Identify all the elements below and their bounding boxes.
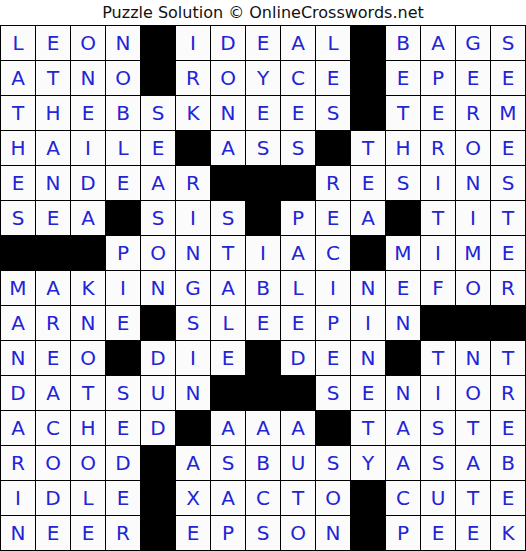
letter-cell: P [386, 516, 420, 550]
crossword-grid: LEONIDEALBAGSATNOROYCEEPEETHEBSKNEESTERM… [0, 25, 526, 551]
letter-cell: I [316, 271, 350, 305]
letter-cell: L [1, 26, 35, 60]
letter-cell: X [176, 481, 210, 515]
letter-cell: N [456, 166, 490, 200]
letter-cell: A [176, 446, 210, 480]
letter-cell: F [421, 271, 455, 305]
black-cell [351, 61, 385, 95]
black-cell [316, 411, 350, 445]
letter-cell: A [246, 411, 280, 445]
letter-cell: A [71, 201, 105, 235]
letter-cell: E [421, 96, 455, 130]
letter-cell: B [246, 271, 280, 305]
letter-cell: T [351, 411, 385, 445]
letter-cell: D [211, 26, 245, 60]
letter-cell: L [281, 271, 315, 305]
letter-cell: E [491, 131, 525, 165]
letter-cell: E [316, 61, 350, 95]
letter-cell: C [36, 411, 70, 445]
letter-cell: E [106, 481, 140, 515]
letter-cell: A [36, 271, 70, 305]
letter-cell: I [351, 306, 385, 340]
letter-cell: K [71, 271, 105, 305]
letter-cell: I [421, 236, 455, 270]
black-cell [491, 306, 525, 340]
letter-cell: N [1, 516, 35, 550]
letter-cell: D [71, 166, 105, 200]
letter-cell: N [36, 166, 70, 200]
letter-cell: S [421, 446, 455, 480]
letter-cell: P [211, 516, 245, 550]
letter-cell: S [316, 96, 350, 130]
letter-cell: H [71, 411, 105, 445]
letter-cell: R [316, 166, 350, 200]
letter-cell: P [421, 61, 455, 95]
letter-cell: E [246, 26, 280, 60]
letter-cell: E [36, 341, 70, 375]
letter-cell: N [316, 516, 350, 550]
letter-cell: M [1, 271, 35, 305]
page-title: Puzzle Solution © OnlineCrosswords.net [0, 0, 526, 25]
letter-cell: O [141, 236, 175, 270]
letter-cell: A [456, 446, 490, 480]
letter-cell: S [211, 201, 245, 235]
letter-cell: B [106, 96, 140, 130]
letter-cell: L [211, 306, 245, 340]
letter-cell: B [386, 26, 420, 60]
letter-cell: Y [351, 446, 385, 480]
letter-cell: E [456, 516, 490, 550]
letter-cell: S [316, 446, 350, 480]
letter-cell: M [386, 236, 420, 270]
letter-cell: N [211, 96, 245, 130]
letter-cell: E [491, 61, 525, 95]
black-cell [246, 201, 280, 235]
letter-cell: A [36, 131, 70, 165]
letter-cell: E [491, 481, 525, 515]
letter-cell: E [491, 411, 525, 445]
letter-cell: G [456, 26, 490, 60]
black-cell [351, 96, 385, 130]
letter-cell: N [141, 271, 175, 305]
letter-cell: T [491, 341, 525, 375]
letter-cell: D [141, 411, 175, 445]
letter-cell: R [1, 446, 35, 480]
black-cell [36, 236, 70, 270]
black-cell [176, 411, 210, 445]
black-cell [316, 131, 350, 165]
letter-cell: E [351, 376, 385, 410]
letter-cell: H [36, 96, 70, 130]
letter-cell: T [211, 236, 245, 270]
letter-cell: A [141, 166, 175, 200]
letter-cell: I [456, 201, 490, 235]
letter-cell: N [106, 26, 140, 60]
letter-cell: T [71, 376, 105, 410]
letter-cell: Y [246, 61, 280, 95]
black-cell [351, 26, 385, 60]
letter-cell: U [281, 446, 315, 480]
letter-cell: A [421, 26, 455, 60]
letter-cell: N [351, 341, 385, 375]
black-cell [141, 516, 175, 550]
black-cell [246, 376, 280, 410]
letter-cell: E [141, 131, 175, 165]
letter-cell: D [1, 376, 35, 410]
black-cell [456, 306, 490, 340]
black-cell [281, 166, 315, 200]
letter-cell: A [1, 306, 35, 340]
black-cell [386, 201, 420, 235]
black-cell [106, 341, 140, 375]
letter-cell: S [491, 166, 525, 200]
letter-cell: E [491, 236, 525, 270]
letter-cell: N [176, 236, 210, 270]
black-cell [141, 26, 175, 60]
letter-cell: A [281, 26, 315, 60]
letter-cell: E [246, 96, 280, 130]
letter-cell: I [421, 166, 455, 200]
letter-cell: S [1, 201, 35, 235]
letter-cell: C [246, 481, 280, 515]
letter-cell: N [456, 341, 490, 375]
letter-cell: E [211, 341, 245, 375]
letter-cell: A [281, 236, 315, 270]
letter-cell: E [36, 516, 70, 550]
letter-cell: E [281, 306, 315, 340]
letter-cell: I [176, 201, 210, 235]
letter-cell: O [71, 26, 105, 60]
letter-cell: N [386, 376, 420, 410]
letter-cell: E [106, 411, 140, 445]
letter-cell: L [106, 131, 140, 165]
letter-cell: E [36, 201, 70, 235]
letter-cell: T [456, 411, 490, 445]
letter-cell: E [316, 341, 350, 375]
letter-cell: T [351, 131, 385, 165]
letter-cell: T [421, 201, 455, 235]
letter-cell: O [106, 61, 140, 95]
letter-cell: R [491, 376, 525, 410]
black-cell [351, 236, 385, 270]
letter-cell: O [456, 131, 490, 165]
letter-cell: H [1, 131, 35, 165]
black-cell [106, 201, 140, 235]
letter-cell: M [456, 236, 490, 270]
letter-cell: R [421, 131, 455, 165]
letter-cell: E [71, 516, 105, 550]
letter-cell: I [421, 376, 455, 410]
letter-cell: A [36, 376, 70, 410]
letter-cell: E [386, 61, 420, 95]
black-cell [176, 131, 210, 165]
letter-cell: E [281, 96, 315, 130]
letter-cell: H [386, 131, 420, 165]
letter-cell: E [421, 516, 455, 550]
letter-cell: S [141, 201, 175, 235]
letter-cell: U [421, 481, 455, 515]
letter-cell: N [386, 306, 420, 340]
letter-cell: S [211, 446, 245, 480]
black-cell [351, 516, 385, 550]
letter-cell: R [106, 516, 140, 550]
letter-cell: N [71, 306, 105, 340]
letter-cell: A [281, 411, 315, 445]
letter-cell: T [421, 341, 455, 375]
letter-cell: D [281, 341, 315, 375]
letter-cell: N [176, 376, 210, 410]
letter-cell: N [71, 61, 105, 95]
letter-cell: I [176, 26, 210, 60]
black-cell [386, 341, 420, 375]
letter-cell: E [106, 166, 140, 200]
letter-cell: T [386, 96, 420, 130]
letter-cell: G [176, 271, 210, 305]
letter-cell: D [106, 446, 140, 480]
letter-cell: S [141, 96, 175, 130]
letter-cell: B [491, 446, 525, 480]
letter-cell: T [491, 201, 525, 235]
letter-cell: E [71, 96, 105, 130]
letter-cell: I [176, 341, 210, 375]
letter-cell: O [211, 61, 245, 95]
letter-cell: I [106, 271, 140, 305]
black-cell [351, 481, 385, 515]
black-cell [141, 306, 175, 340]
letter-cell: K [176, 96, 210, 130]
letter-cell: B [246, 446, 280, 480]
letter-cell: A [1, 61, 35, 95]
letter-cell: S [316, 376, 350, 410]
letter-cell: L [71, 481, 105, 515]
letter-cell: N [351, 271, 385, 305]
letter-cell: S [176, 306, 210, 340]
letter-cell: A [386, 446, 420, 480]
letter-cell: S [246, 516, 280, 550]
letter-cell: O [281, 516, 315, 550]
letter-cell: S [421, 411, 455, 445]
letter-cell: A [211, 481, 245, 515]
letter-cell: A [211, 271, 245, 305]
black-cell [71, 236, 105, 270]
letter-cell: E [106, 306, 140, 340]
black-cell [246, 341, 280, 375]
letter-cell: T [281, 481, 315, 515]
letter-cell: S [246, 131, 280, 165]
black-cell [141, 481, 175, 515]
letter-cell: O [456, 271, 490, 305]
letter-cell: S [386, 166, 420, 200]
letter-cell: I [246, 236, 280, 270]
letter-cell: P [106, 236, 140, 270]
letter-cell: T [1, 96, 35, 130]
letter-cell: A [211, 131, 245, 165]
letter-cell: E [1, 166, 35, 200]
black-cell [211, 166, 245, 200]
letter-cell: E [246, 306, 280, 340]
letter-cell: R [176, 61, 210, 95]
letter-cell: S [281, 131, 315, 165]
letter-cell: C [316, 236, 350, 270]
letter-cell: E [386, 271, 420, 305]
letter-cell: D [36, 481, 70, 515]
black-cell [141, 446, 175, 480]
letter-cell: R [36, 306, 70, 340]
letter-cell: L [316, 26, 350, 60]
letter-cell: P [316, 306, 350, 340]
letter-cell: A [351, 201, 385, 235]
letter-cell: C [281, 61, 315, 95]
letter-cell: O [316, 481, 350, 515]
letter-cell: O [456, 376, 490, 410]
black-cell [421, 306, 455, 340]
letter-cell: A [386, 411, 420, 445]
black-cell [211, 376, 245, 410]
letter-cell: E [456, 61, 490, 95]
letter-cell: A [1, 411, 35, 445]
letter-cell: N [1, 341, 35, 375]
letter-cell: E [316, 201, 350, 235]
letter-cell: D [141, 341, 175, 375]
letter-cell: O [71, 341, 105, 375]
letter-cell: K [491, 516, 525, 550]
letter-cell: O [71, 446, 105, 480]
letter-cell: T [36, 61, 70, 95]
puzzle-solution-page: Puzzle Solution © OnlineCrosswords.net L… [0, 0, 526, 551]
letter-cell: U [141, 376, 175, 410]
letter-cell: R [491, 271, 525, 305]
black-cell [281, 376, 315, 410]
letter-cell: P [281, 201, 315, 235]
black-cell [141, 61, 175, 95]
letter-cell: E [176, 516, 210, 550]
letter-cell: R [176, 166, 210, 200]
letter-cell: S [106, 376, 140, 410]
black-cell [1, 236, 35, 270]
letter-cell: M [491, 96, 525, 130]
letter-cell: I [1, 481, 35, 515]
letter-cell: T [456, 481, 490, 515]
letter-cell: S [491, 26, 525, 60]
black-cell [246, 166, 280, 200]
letter-cell: E [351, 166, 385, 200]
letter-cell: O [36, 446, 70, 480]
letter-cell: A [211, 411, 245, 445]
letter-cell: E [36, 26, 70, 60]
letter-cell: R [456, 96, 490, 130]
letter-cell: I [71, 131, 105, 165]
letter-cell: C [386, 481, 420, 515]
